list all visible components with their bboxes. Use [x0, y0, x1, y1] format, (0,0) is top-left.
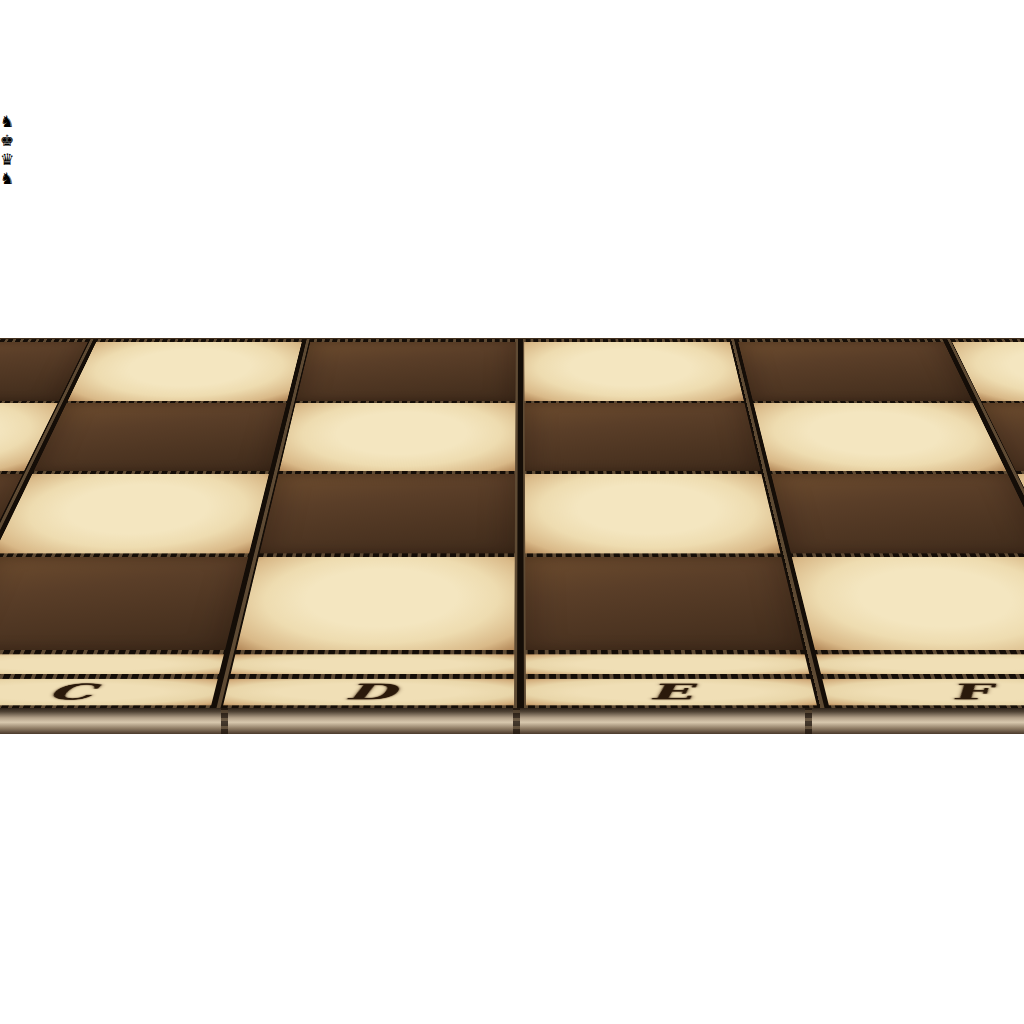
file-label-d: D: [223, 679, 514, 706]
board-square-c-3: [34, 403, 287, 471]
board-square-f-3: [753, 403, 1006, 471]
piece-dark-knight-c: ♞: [0, 112, 1024, 131]
file-divider-mark: [805, 708, 812, 734]
board-square-c-1: [0, 557, 248, 650]
board-square-d-1: [236, 557, 514, 650]
board-square-d-3: [279, 403, 515, 471]
frame-inner-band-d: [231, 654, 515, 674]
board-square-e-4: [524, 342, 744, 401]
chess-board-lid-top: CDEF: [0, 338, 1024, 710]
box-front-panel: [0, 734, 1024, 1024]
felt-base: [0, 58, 150, 86]
queen-glyph: ♛: [0, 150, 14, 169]
board-square-e-1: [525, 557, 803, 650]
board-square-d-2: [260, 474, 516, 553]
file-divider-mark: [221, 708, 228, 734]
board-square-e-2: [525, 474, 781, 553]
file-divider-mark: [513, 708, 520, 734]
felt-base: [0, 86, 145, 112]
board-square-e-3: [525, 403, 761, 471]
file-label-e: E: [526, 679, 817, 706]
board-square-d-4: [296, 342, 516, 401]
felt-base: [0, 0, 150, 28]
felt-base: [0, 28, 170, 58]
lid-front-bevel: [0, 708, 1024, 734]
board-square-c-4: [68, 342, 302, 401]
king-glyph: ♚: [0, 131, 14, 150]
board-square-f-2: [771, 474, 1024, 553]
piece-light-queen-e: ♛: [0, 150, 1024, 169]
frame-inner-band-f: [816, 654, 1024, 674]
board-square-f-1: [792, 557, 1024, 650]
piece-dark-king-d: ♚: [0, 131, 1024, 150]
board-square-c-2: [0, 474, 269, 553]
piece-light-knight-f: ♞: [0, 169, 1024, 188]
file-label-c: C: [0, 679, 218, 706]
frame-inner-band-e: [526, 654, 810, 674]
knight-glyph: ♞: [0, 112, 14, 131]
knight-glyph: ♞: [0, 169, 14, 188]
board-square-f-4: [738, 342, 972, 401]
file-label-f: F: [822, 679, 1024, 706]
frame-inner-band-c: [0, 654, 224, 674]
product-photo: CDEF ♞ ♚ ♛ ♞: [0, 0, 1024, 1024]
